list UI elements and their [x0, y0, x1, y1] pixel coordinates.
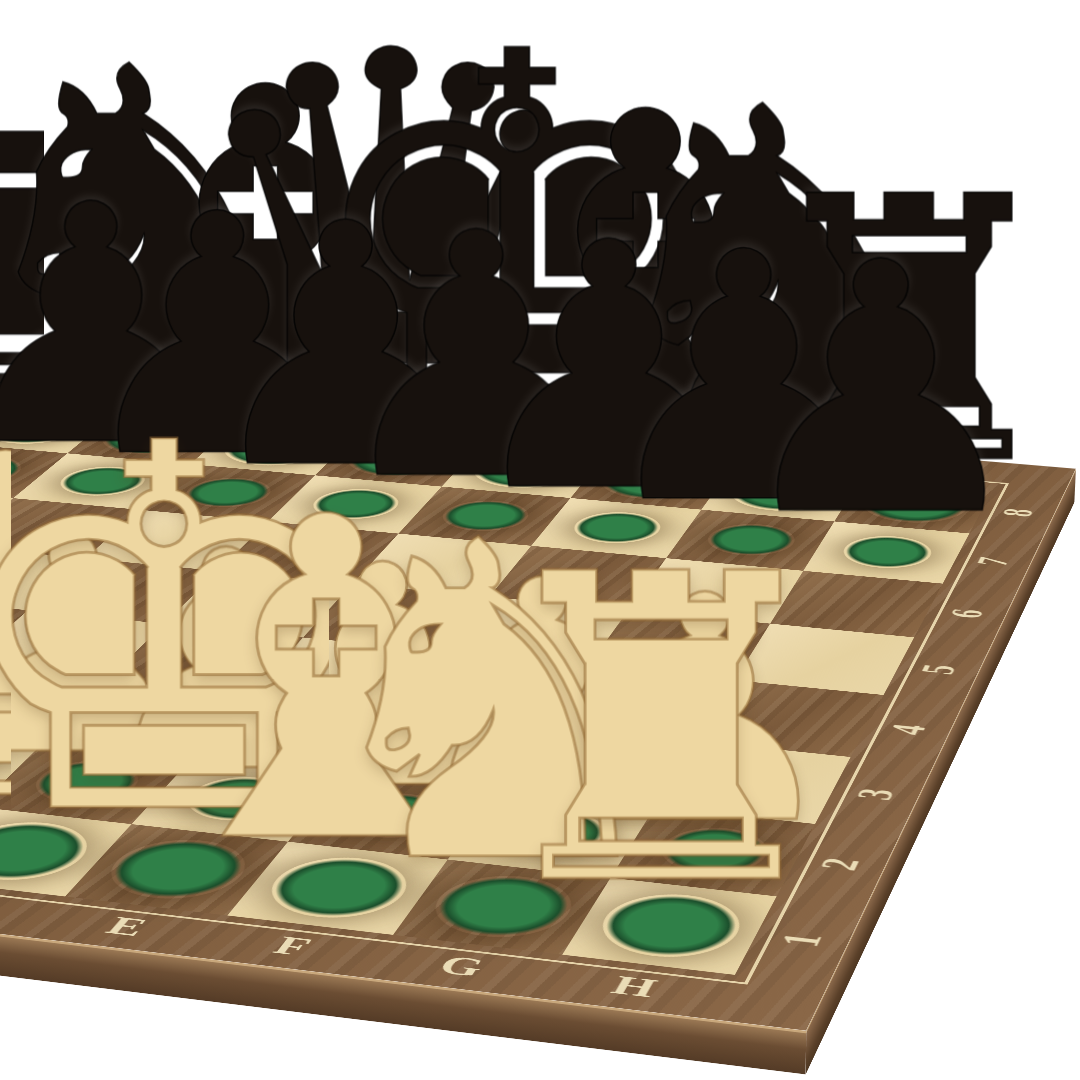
chess-board: ABCDEFGH 12345678 ♜♞♝♛♚♝♞♜♟♟♟♟♟♟♟♟♟♟♟♟♟♟…: [0, 375, 1076, 1030]
board-photo: ABCDEFGH 12345678 ♜♞♝♛♚♝♞♜♟♟♟♟♟♟♟♟♟♟♟♟♟♟…: [0, 0, 1080, 1080]
